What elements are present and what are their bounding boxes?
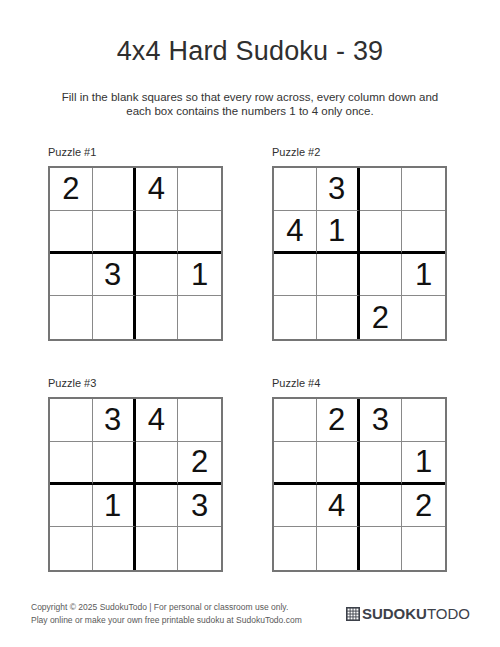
- sudoku-cell-given: 1: [402, 254, 445, 297]
- sudoku-cell-given: 2: [360, 296, 403, 339]
- sudoku-cell-given: 4: [136, 399, 179, 442]
- sudoku-cell-given: 3: [93, 254, 136, 297]
- sudoku-cell-given: 4: [317, 485, 360, 528]
- instructions-line-2: each box contains the numbers 1 to 4 onl…: [0, 104, 500, 118]
- sudoku-cell-empty: [178, 399, 221, 442]
- sudoku-cell-empty: [50, 485, 93, 528]
- sudoku-cell-given: 3: [317, 168, 360, 211]
- logo-wordmark: SUDOKUTODO: [362, 606, 470, 621]
- sudoku-cell-empty: [93, 527, 136, 570]
- sudoku-cell-given: 4: [274, 211, 317, 254]
- sudoku-grid: 34213: [48, 397, 223, 572]
- sudoku-cell-empty: [136, 211, 179, 254]
- sudoku-grid: 34112: [272, 166, 447, 341]
- sudoku-cell-empty: [402, 399, 445, 442]
- puzzle-label: Puzzle #3: [48, 377, 223, 389]
- sudoku-cell-empty: [136, 527, 179, 570]
- puzzle-label: Puzzle #2: [272, 146, 447, 158]
- sudoku-cell-empty: [50, 442, 93, 485]
- logo-text-sudoku: SUDOKU: [362, 605, 427, 622]
- sudoku-cell-empty: [93, 442, 136, 485]
- printable-sudoku-sheet: 4x4 Hard Sudoku - 39 Fill in the blank s…: [0, 0, 500, 647]
- puzzle-panel-1: Puzzle #1 2431: [48, 146, 223, 341]
- sudoku-cell-empty: [50, 296, 93, 339]
- sudoku-cell-empty: [178, 211, 221, 254]
- sudoku-cell-empty: [274, 527, 317, 570]
- instructions: Fill in the blank squares so that every …: [0, 90, 500, 118]
- sudoku-cell-given: 3: [178, 485, 221, 528]
- footer-tagline: Play online or make your own free printa…: [31, 614, 302, 627]
- sudoku-cell-empty: [274, 485, 317, 528]
- sudoku-cell-empty: [50, 527, 93, 570]
- sudoku-cell-empty: [317, 254, 360, 297]
- puzzle-panel-2: Puzzle #2 34112: [272, 146, 447, 341]
- sudoku-cell-empty: [136, 254, 179, 297]
- sudoku-cell-empty: [178, 527, 221, 570]
- sudoku-cell-empty: [136, 296, 179, 339]
- sudoku-cell-empty: [93, 211, 136, 254]
- sudoku-cell-empty: [317, 442, 360, 485]
- puzzle-panel-3: Puzzle #3 34213: [48, 377, 223, 572]
- sudoku-cell-given: 1: [402, 442, 445, 485]
- sudoku-cell-empty: [274, 442, 317, 485]
- instructions-line-1: Fill in the blank squares so that every …: [0, 90, 500, 104]
- sudoku-cell-empty: [136, 442, 179, 485]
- sudoku-cell-given: 3: [93, 399, 136, 442]
- sudoku-grid: 2431: [48, 166, 223, 341]
- sudoku-cell-given: 3: [360, 399, 403, 442]
- sudokutodo-logo: SUDOKUTODO: [346, 606, 470, 621]
- sudoku-cell-empty: [178, 296, 221, 339]
- footer: Copyright © 2025 SudokuTodo | For person…: [31, 601, 302, 627]
- sudoku-cell-given: 2: [50, 168, 93, 211]
- sudoku-cell-empty: [360, 254, 403, 297]
- sudoku-cell-empty: [360, 527, 403, 570]
- sudoku-cell-empty: [50, 254, 93, 297]
- sudoku-cell-empty: [274, 399, 317, 442]
- puzzle-panel-4: Puzzle #4 23142: [272, 377, 447, 572]
- sudoku-cell-empty: [93, 168, 136, 211]
- sudoku-cell-given: 2: [317, 399, 360, 442]
- footer-copyright: Copyright © 2025 SudokuTodo | For person…: [31, 601, 302, 614]
- sudoku-cell-empty: [50, 211, 93, 254]
- sudoku-cell-given: 1: [317, 211, 360, 254]
- sudoku-cell-empty: [402, 527, 445, 570]
- sudoku-cell-empty: [360, 168, 403, 211]
- sudoku-cell-empty: [360, 485, 403, 528]
- sudoku-cell-given: 2: [402, 485, 445, 528]
- puzzle-label: Puzzle #4: [272, 377, 447, 389]
- sudoku-cell-empty: [274, 296, 317, 339]
- sudoku-cell-empty: [178, 168, 221, 211]
- sudoku-cell-empty: [317, 527, 360, 570]
- sudoku-cell-empty: [274, 254, 317, 297]
- grid-icon: [346, 607, 360, 621]
- sudoku-cell-empty: [317, 296, 360, 339]
- sudoku-cell-empty: [402, 296, 445, 339]
- sudoku-cell-empty: [50, 399, 93, 442]
- page-title: 4x4 Hard Sudoku - 39: [0, 36, 500, 67]
- sudoku-cell-empty: [402, 211, 445, 254]
- logo-text-todo: TODO: [427, 605, 470, 622]
- sudoku-cell-empty: [93, 296, 136, 339]
- sudoku-cell-given: 1: [93, 485, 136, 528]
- sudoku-cell-empty: [402, 168, 445, 211]
- sudoku-cell-empty: [136, 485, 179, 528]
- sudoku-cell-given: 4: [136, 168, 179, 211]
- sudoku-cell-empty: [360, 211, 403, 254]
- sudoku-grid: 23142: [272, 397, 447, 572]
- sudoku-cell-empty: [274, 168, 317, 211]
- sudoku-cell-given: 1: [178, 254, 221, 297]
- puzzle-label: Puzzle #1: [48, 146, 223, 158]
- sudoku-cell-empty: [360, 442, 403, 485]
- sudoku-cell-given: 2: [178, 442, 221, 485]
